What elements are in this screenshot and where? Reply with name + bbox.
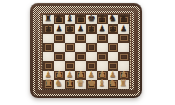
square-b4[interactable] [54,52,65,61]
square-d4[interactable] [75,52,86,61]
piece-black-pawn: ♟ [88,25,95,33]
square-g7[interactable]: ♟ [108,24,119,33]
square-b5[interactable] [54,43,65,52]
piece-white-rook: ♜ [120,79,128,88]
square-d5[interactable] [75,43,86,52]
square-a6[interactable] [43,34,54,43]
square-inlay [109,44,117,50]
square-inlay [88,44,96,50]
piece-black-pawn: ♟ [77,25,84,33]
square-c1[interactable]: ♝ [65,80,76,89]
square-e4[interactable] [86,52,97,61]
piece-black-king: ♚ [87,14,95,23]
square-inlay [66,44,74,50]
square-e7[interactable]: ♟ [86,24,97,33]
square-inlay [98,54,106,60]
piece-black-pawn: ♟ [99,25,106,33]
square-b1[interactable]: ♞ [54,80,65,89]
square-h6[interactable] [118,34,129,43]
square-inlay [77,35,85,41]
square-inlay [120,35,128,41]
square-inlay [45,44,53,50]
square-h7[interactable]: ♟ [118,24,129,33]
square-c5[interactable] [65,43,76,52]
square-c4[interactable] [65,52,76,61]
piece-black-pawn: ♟ [56,25,63,33]
piece-black-rook: ♜ [120,14,128,23]
product-photo-scene: ♜♞♝♛♚♝♞♜♟♟♟♟♟♟♟♟♟♟♟♟♟♟♟♟♜♞♝♛♚♝♞♜ [0,0,175,105]
square-e5[interactable] [86,43,97,52]
square-c6[interactable] [65,34,76,43]
piece-white-knight: ♞ [55,79,63,88]
square-g6[interactable] [108,34,119,43]
chess-board: ♜♞♝♛♚♝♞♜♟♟♟♟♟♟♟♟♟♟♟♟♟♟♟♟♜♞♝♛♚♝♞♜ [43,15,129,89]
piece-black-pawn: ♟ [120,25,127,33]
square-d6[interactable] [75,34,86,43]
square-inlay [77,54,85,60]
square-inlay [55,35,63,41]
square-f5[interactable] [97,43,108,52]
square-g4[interactable] [108,52,119,61]
piece-black-rook: ♜ [44,14,52,23]
square-e1[interactable]: ♚ [86,80,97,89]
piece-white-knight: ♞ [109,79,117,88]
square-h1[interactable]: ♜ [118,80,129,89]
piece-white-queen: ♛ [77,79,85,88]
piece-black-pawn: ♟ [45,25,52,33]
piece-white-king: ♚ [87,79,95,88]
piece-black-bishop: ♝ [98,14,106,23]
square-d1[interactable]: ♛ [75,80,86,89]
square-inlay [66,63,74,69]
square-inlay [55,54,63,60]
square-g5[interactable] [108,43,119,52]
chess-set-frame: ♜♞♝♛♚♝♞♜♟♟♟♟♟♟♟♟♟♟♟♟♟♟♟♟♜♞♝♛♚♝♞♜ [30,3,142,98]
square-inlay [88,63,96,69]
square-a7[interactable]: ♟ [43,24,54,33]
square-g1[interactable]: ♞ [108,80,119,89]
piece-black-knight: ♞ [109,14,117,23]
square-inlay [109,63,117,69]
square-e6[interactable] [86,34,97,43]
square-b6[interactable] [54,34,65,43]
square-c7[interactable]: ♟ [65,24,76,33]
square-inlay [120,54,128,60]
piece-black-knight: ♞ [55,14,63,23]
square-a1[interactable]: ♜ [43,80,54,89]
square-f1[interactable]: ♝ [97,80,108,89]
square-d7[interactable]: ♟ [75,24,86,33]
piece-black-bishop: ♝ [66,14,74,23]
square-h4[interactable] [118,52,129,61]
square-b7[interactable]: ♟ [54,24,65,33]
piece-black-pawn: ♟ [67,25,74,33]
piece-black-queen: ♛ [77,14,85,23]
square-f4[interactable] [97,52,108,61]
piece-white-rook: ♜ [44,79,52,88]
square-inlay [45,63,53,69]
square-f6[interactable] [97,34,108,43]
square-f7[interactable]: ♟ [97,24,108,33]
piece-white-bishop: ♝ [98,79,106,88]
piece-black-pawn: ♟ [110,25,117,33]
square-h5[interactable] [118,43,129,52]
square-a5[interactable] [43,43,54,52]
square-a4[interactable] [43,52,54,61]
square-inlay [98,35,106,41]
piece-white-bishop: ♝ [66,79,74,88]
